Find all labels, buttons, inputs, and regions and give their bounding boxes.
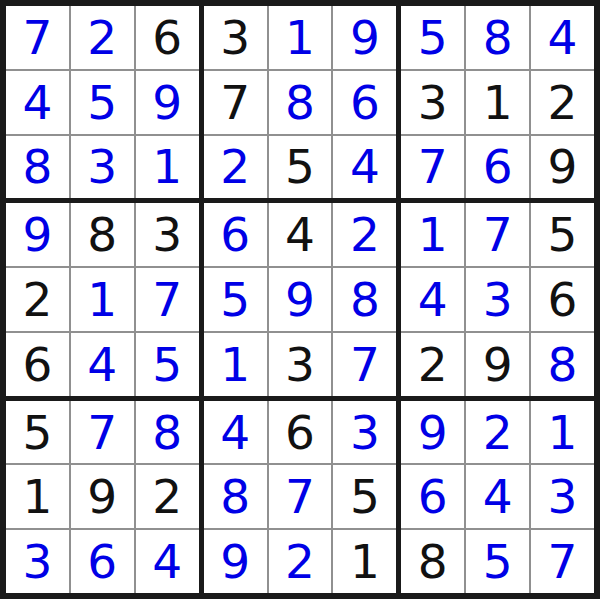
cell-r2c1[interactable]: 4 — [6, 71, 69, 134]
cell-r6c1[interactable]: 6 — [6, 333, 69, 396]
cell-r5c3[interactable]: 7 — [136, 268, 199, 331]
cell-r2c6[interactable]: 6 — [333, 71, 396, 134]
cell-r3c2[interactable]: 3 — [71, 136, 134, 199]
sudoku-board: 7264598313197862545843127699832176456425… — [0, 0, 600, 599]
cell-r9c3[interactable]: 4 — [136, 530, 199, 593]
cell-r8c8[interactable]: 4 — [466, 465, 529, 528]
cell-r3c5[interactable]: 5 — [269, 136, 332, 199]
box-2-2: 642598137 — [204, 203, 397, 395]
cell-r9c1[interactable]: 3 — [6, 530, 69, 593]
cell-r4c9[interactable]: 5 — [531, 203, 594, 266]
cell-r9c2[interactable]: 6 — [71, 530, 134, 593]
cell-r3c7[interactable]: 7 — [401, 136, 464, 199]
cell-r9c4[interactable]: 9 — [204, 530, 267, 593]
cell-r2c4[interactable]: 7 — [204, 71, 267, 134]
cell-r7c7[interactable]: 9 — [401, 401, 464, 464]
cell-r6c4[interactable]: 1 — [204, 333, 267, 396]
cell-r5c9[interactable]: 6 — [531, 268, 594, 331]
box-1-2: 319786254 — [204, 6, 397, 198]
cell-r4c4[interactable]: 6 — [204, 203, 267, 266]
cell-r4c5[interactable]: 4 — [269, 203, 332, 266]
cell-r7c4[interactable]: 4 — [204, 401, 267, 464]
cell-r1c6[interactable]: 9 — [333, 6, 396, 69]
cell-r2c3[interactable]: 9 — [136, 71, 199, 134]
cell-r8c9[interactable]: 3 — [531, 465, 594, 528]
box-2-3: 175436298 — [401, 203, 594, 395]
cell-r6c8[interactable]: 9 — [466, 333, 529, 396]
cell-r1c4[interactable]: 3 — [204, 6, 267, 69]
cell-r9c7[interactable]: 8 — [401, 530, 464, 593]
cell-r7c2[interactable]: 7 — [71, 401, 134, 464]
cell-r7c3[interactable]: 8 — [136, 401, 199, 464]
cell-r8c6[interactable]: 5 — [333, 465, 396, 528]
cell-r3c8[interactable]: 6 — [466, 136, 529, 199]
cell-r5c4[interactable]: 5 — [204, 268, 267, 331]
cell-r9c5[interactable]: 2 — [269, 530, 332, 593]
cell-r6c6[interactable]: 7 — [333, 333, 396, 396]
box-1-1: 726459831 — [6, 6, 199, 198]
cell-r5c1[interactable]: 2 — [6, 268, 69, 331]
cell-r5c6[interactable]: 8 — [333, 268, 396, 331]
cell-r6c2[interactable]: 4 — [71, 333, 134, 396]
cell-r8c4[interactable]: 8 — [204, 465, 267, 528]
box-1-3: 584312769 — [401, 6, 594, 198]
box-3-1: 578192364 — [6, 401, 199, 593]
cell-r6c3[interactable]: 5 — [136, 333, 199, 396]
box-2-1: 983217645 — [6, 203, 199, 395]
cell-r3c4[interactable]: 2 — [204, 136, 267, 199]
cell-r1c8[interactable]: 8 — [466, 6, 529, 69]
cell-r7c8[interactable]: 2 — [466, 401, 529, 464]
cell-r9c9[interactable]: 7 — [531, 530, 594, 593]
cell-r8c5[interactable]: 7 — [269, 465, 332, 528]
cell-r5c5[interactable]: 9 — [269, 268, 332, 331]
cell-r4c2[interactable]: 8 — [71, 203, 134, 266]
box-3-2: 463875921 — [204, 401, 397, 593]
cell-r2c7[interactable]: 3 — [401, 71, 464, 134]
cell-r1c9[interactable]: 4 — [531, 6, 594, 69]
cell-r4c1[interactable]: 9 — [6, 203, 69, 266]
cell-r4c7[interactable]: 1 — [401, 203, 464, 266]
cell-r8c1[interactable]: 1 — [6, 465, 69, 528]
cell-r5c7[interactable]: 4 — [401, 268, 464, 331]
cell-r7c1[interactable]: 5 — [6, 401, 69, 464]
cell-r1c1[interactable]: 7 — [6, 6, 69, 69]
cell-r1c7[interactable]: 5 — [401, 6, 464, 69]
cell-r9c8[interactable]: 5 — [466, 530, 529, 593]
cell-r6c7[interactable]: 2 — [401, 333, 464, 396]
cell-r1c2[interactable]: 2 — [71, 6, 134, 69]
cell-r3c1[interactable]: 8 — [6, 136, 69, 199]
cell-r4c8[interactable]: 7 — [466, 203, 529, 266]
cell-r3c9[interactable]: 9 — [531, 136, 594, 199]
cell-r7c5[interactable]: 6 — [269, 401, 332, 464]
cell-r8c2[interactable]: 9 — [71, 465, 134, 528]
cell-r2c9[interactable]: 2 — [531, 71, 594, 134]
cell-r5c2[interactable]: 1 — [71, 268, 134, 331]
cell-r8c3[interactable]: 2 — [136, 465, 199, 528]
cell-r2c2[interactable]: 5 — [71, 71, 134, 134]
cell-r4c3[interactable]: 3 — [136, 203, 199, 266]
cell-r6c9[interactable]: 8 — [531, 333, 594, 396]
cell-r5c8[interactable]: 3 — [466, 268, 529, 331]
cell-r3c6[interactable]: 4 — [333, 136, 396, 199]
cell-r9c6[interactable]: 1 — [333, 530, 396, 593]
cell-r7c9[interactable]: 1 — [531, 401, 594, 464]
cell-r8c7[interactable]: 6 — [401, 465, 464, 528]
box-3-3: 921643857 — [401, 401, 594, 593]
cell-r6c5[interactable]: 3 — [269, 333, 332, 396]
cell-r1c5[interactable]: 1 — [269, 6, 332, 69]
cell-r1c3[interactable]: 6 — [136, 6, 199, 69]
cell-r7c6[interactable]: 3 — [333, 401, 396, 464]
cell-r2c5[interactable]: 8 — [269, 71, 332, 134]
cell-r3c3[interactable]: 1 — [136, 136, 199, 199]
cell-r4c6[interactable]: 2 — [333, 203, 396, 266]
cell-r2c8[interactable]: 1 — [466, 71, 529, 134]
